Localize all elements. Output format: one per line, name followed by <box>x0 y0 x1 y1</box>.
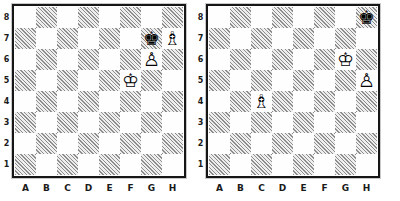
square-c5[interactable] <box>57 70 78 91</box>
square-a7[interactable] <box>15 28 36 49</box>
square-c4[interactable]: ♗ <box>251 91 272 112</box>
square-d1[interactable] <box>78 154 99 175</box>
square-b1[interactable] <box>230 154 251 175</box>
chess-diagram-left: 87654321 ♚♗♙♔ ABCDEFGH <box>1 4 186 195</box>
chess-diagram-right: 87654321 ♚♔♙♗ ABCDEFGH <box>195 4 380 195</box>
square-f1[interactable] <box>120 154 141 175</box>
square-c2[interactable] <box>57 133 78 154</box>
square-b4[interactable] <box>230 91 251 112</box>
file-label-e: E <box>99 180 120 193</box>
square-d8[interactable] <box>78 7 99 28</box>
square-e5[interactable] <box>99 70 120 91</box>
square-h7[interactable]: ♗ <box>162 28 183 49</box>
square-h2[interactable] <box>162 133 183 154</box>
square-h1[interactable] <box>356 154 377 175</box>
square-f4[interactable] <box>120 91 141 112</box>
square-d5[interactable] <box>78 70 99 91</box>
square-c4[interactable] <box>57 91 78 112</box>
rank-labels: 87654321 <box>1 4 12 178</box>
file-label-d: D <box>272 180 293 193</box>
square-b4[interactable] <box>36 91 57 112</box>
square-c8[interactable] <box>57 7 78 28</box>
square-e8[interactable] <box>99 7 120 28</box>
square-h6[interactable] <box>356 49 377 70</box>
square-f2[interactable] <box>314 133 335 154</box>
square-f1[interactable] <box>314 154 335 175</box>
square-g4[interactable] <box>335 91 356 112</box>
square-d6[interactable] <box>272 49 293 70</box>
square-g1[interactable] <box>335 154 356 175</box>
rank-label-3: 3 <box>195 112 206 133</box>
square-h6[interactable] <box>162 49 183 70</box>
piece-white-king-g6: ♔ <box>337 49 354 70</box>
square-e3[interactable] <box>99 112 120 133</box>
file-label-c: C <box>57 180 78 193</box>
square-g3[interactable] <box>141 112 162 133</box>
square-d2[interactable] <box>78 133 99 154</box>
file-label-e: E <box>293 180 314 193</box>
piece-white-king-f5: ♔ <box>122 70 139 91</box>
square-h1[interactable] <box>162 154 183 175</box>
square-d2[interactable] <box>272 133 293 154</box>
chess-board: ♚♔♙♗ <box>206 4 380 178</box>
file-label-h: H <box>162 180 183 193</box>
chess-diagram-pair: 87654321 ♚♗♙♔ ABCDEFGH 87654321 ♚♔♙♗ ABC… <box>0 0 400 195</box>
square-a2[interactable] <box>15 133 36 154</box>
rank-label-7: 7 <box>1 28 12 49</box>
square-d4[interactable] <box>78 91 99 112</box>
square-e6[interactable] <box>99 49 120 70</box>
file-label-b: B <box>230 180 251 193</box>
rank-label-7: 7 <box>195 28 206 49</box>
square-e5[interactable] <box>293 70 314 91</box>
square-a5[interactable] <box>15 70 36 91</box>
rank-label-5: 5 <box>195 70 206 91</box>
square-a2[interactable] <box>209 133 230 154</box>
square-b5[interactable] <box>230 70 251 91</box>
square-a6[interactable] <box>15 49 36 70</box>
square-f7[interactable] <box>314 28 335 49</box>
rank-label-8: 8 <box>195 7 206 28</box>
square-b8[interactable] <box>230 7 251 28</box>
piece-black-king-h8: ♚ <box>358 7 375 28</box>
square-e4[interactable] <box>293 91 314 112</box>
square-h8[interactable]: ♚ <box>356 7 377 28</box>
square-h2[interactable] <box>356 133 377 154</box>
square-a4[interactable] <box>209 91 230 112</box>
square-c2[interactable] <box>251 133 272 154</box>
file-label-b: B <box>36 180 57 193</box>
rank-label-2: 2 <box>1 133 12 154</box>
square-a3[interactable] <box>15 112 36 133</box>
square-f2[interactable] <box>120 133 141 154</box>
square-a5[interactable] <box>209 70 230 91</box>
square-b7[interactable] <box>36 28 57 49</box>
square-h4[interactable] <box>356 91 377 112</box>
square-a1[interactable] <box>209 154 230 175</box>
square-a6[interactable] <box>209 49 230 70</box>
square-f4[interactable] <box>314 91 335 112</box>
square-b6[interactable] <box>230 49 251 70</box>
square-b2[interactable] <box>230 133 251 154</box>
square-a8[interactable] <box>209 7 230 28</box>
rank-label-5: 5 <box>1 70 12 91</box>
square-d5[interactable] <box>272 70 293 91</box>
square-d3[interactable] <box>272 112 293 133</box>
square-g2[interactable] <box>141 133 162 154</box>
square-e4[interactable] <box>99 91 120 112</box>
square-f5[interactable] <box>314 70 335 91</box>
square-g7[interactable]: ♚ <box>141 28 162 49</box>
square-c7[interactable] <box>251 28 272 49</box>
file-label-h: H <box>356 180 377 193</box>
square-a4[interactable] <box>15 91 36 112</box>
square-e2[interactable] <box>99 133 120 154</box>
square-e8[interactable] <box>293 7 314 28</box>
piece-white-bishop-c4: ♗ <box>253 91 270 112</box>
square-h3[interactable] <box>162 112 183 133</box>
square-a1[interactable] <box>15 154 36 175</box>
square-d1[interactable] <box>272 154 293 175</box>
file-labels: ABCDEFGH <box>15 178 186 195</box>
square-h5[interactable] <box>162 70 183 91</box>
square-g7[interactable] <box>335 28 356 49</box>
square-b3[interactable] <box>230 112 251 133</box>
square-d8[interactable] <box>272 7 293 28</box>
rank-label-6: 6 <box>1 49 12 70</box>
square-c6[interactable] <box>57 49 78 70</box>
square-b1[interactable] <box>36 154 57 175</box>
rank-label-4: 4 <box>1 91 12 112</box>
square-g4[interactable] <box>141 91 162 112</box>
square-c3[interactable] <box>251 112 272 133</box>
square-c6[interactable] <box>251 49 272 70</box>
rank-label-8: 8 <box>1 7 12 28</box>
square-g5[interactable] <box>335 70 356 91</box>
square-b2[interactable] <box>36 133 57 154</box>
rank-labels: 87654321 <box>195 4 206 178</box>
square-f6[interactable] <box>314 49 335 70</box>
square-b3[interactable] <box>36 112 57 133</box>
rank-label-3: 3 <box>1 112 12 133</box>
square-g6[interactable]: ♔ <box>335 49 356 70</box>
square-e6[interactable] <box>293 49 314 70</box>
square-h5[interactable]: ♙ <box>356 70 377 91</box>
square-d7[interactable] <box>78 28 99 49</box>
square-f8[interactable] <box>314 7 335 28</box>
square-h3[interactable] <box>356 112 377 133</box>
square-c3[interactable] <box>57 112 78 133</box>
square-f3[interactable] <box>314 112 335 133</box>
square-g3[interactable] <box>335 112 356 133</box>
file-label-g: G <box>335 180 356 193</box>
square-e7[interactable] <box>293 28 314 49</box>
square-d4[interactable] <box>272 91 293 112</box>
square-b5[interactable] <box>36 70 57 91</box>
square-e1[interactable] <box>99 154 120 175</box>
square-f5[interactable]: ♔ <box>120 70 141 91</box>
square-g5[interactable] <box>141 70 162 91</box>
piece-white-pawn-h5: ♙ <box>358 70 375 91</box>
square-h7[interactable] <box>356 28 377 49</box>
square-b6[interactable] <box>36 49 57 70</box>
square-g6[interactable]: ♙ <box>141 49 162 70</box>
square-e1[interactable] <box>293 154 314 175</box>
rank-label-6: 6 <box>195 49 206 70</box>
square-f8[interactable] <box>120 7 141 28</box>
file-label-c: C <box>251 180 272 193</box>
square-e7[interactable] <box>99 28 120 49</box>
square-g8[interactable] <box>141 7 162 28</box>
square-c1[interactable] <box>251 154 272 175</box>
square-e2[interactable] <box>293 133 314 154</box>
square-d6[interactable] <box>78 49 99 70</box>
square-g1[interactable] <box>141 154 162 175</box>
square-f6[interactable] <box>120 49 141 70</box>
square-f7[interactable] <box>120 28 141 49</box>
piece-white-pawn-g6: ♙ <box>143 49 160 70</box>
rank-label-1: 1 <box>1 154 12 175</box>
square-h4[interactable] <box>162 91 183 112</box>
file-labels: ABCDEFGH <box>209 178 380 195</box>
piece-black-king-g7: ♚ <box>143 28 160 49</box>
square-a7[interactable] <box>209 28 230 49</box>
square-b7[interactable] <box>230 28 251 49</box>
square-h8[interactable] <box>162 7 183 28</box>
rank-label-2: 2 <box>195 133 206 154</box>
file-label-f: F <box>314 180 335 193</box>
square-d3[interactable] <box>78 112 99 133</box>
rank-label-4: 4 <box>195 91 206 112</box>
square-b8[interactable] <box>36 7 57 28</box>
square-c7[interactable] <box>57 28 78 49</box>
square-e3[interactable] <box>293 112 314 133</box>
file-label-a: A <box>15 180 36 193</box>
square-c1[interactable] <box>57 154 78 175</box>
square-a8[interactable] <box>15 7 36 28</box>
square-c5[interactable] <box>251 70 272 91</box>
rank-label-1: 1 <box>195 154 206 175</box>
file-label-d: D <box>78 180 99 193</box>
file-label-f: F <box>120 180 141 193</box>
square-a3[interactable] <box>209 112 230 133</box>
piece-white-bishop-h7: ♗ <box>164 28 181 49</box>
chess-board: ♚♗♙♔ <box>12 4 186 178</box>
square-d7[interactable] <box>272 28 293 49</box>
square-g8[interactable] <box>335 7 356 28</box>
square-g2[interactable] <box>335 133 356 154</box>
square-c8[interactable] <box>251 7 272 28</box>
square-f3[interactable] <box>120 112 141 133</box>
file-label-a: A <box>209 180 230 193</box>
file-label-g: G <box>141 180 162 193</box>
